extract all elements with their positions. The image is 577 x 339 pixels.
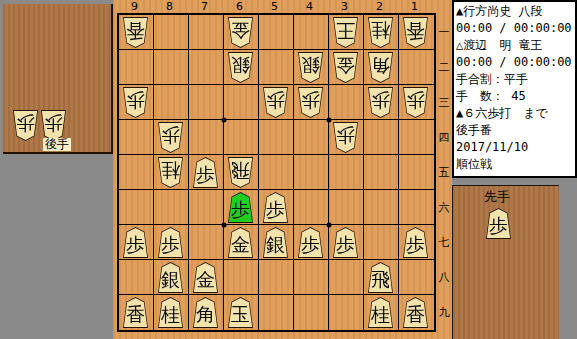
square-8九[interactable]: 桂 [154,295,189,330]
file-number-labels: 987654321 [117,0,432,14]
file-label-3: 3 [327,0,362,14]
info-line-4: 00:00 / 00:00:00 [456,54,573,71]
square-4五[interactable] [294,155,329,190]
piece-face: 歩 [227,193,254,222]
shogi-piece-角-gote[interactable]: 角 [366,52,395,83]
piece-kanji: 歩 [336,126,355,145]
square-8六[interactable] [154,190,189,225]
square-6三[interactable] [224,85,259,120]
piece-face: 歩 [402,88,429,117]
rank-label-5: 五 [437,155,451,190]
rank-label-2: 二 [437,50,451,85]
square-1五[interactable] [399,155,434,190]
square-5六[interactable]: 歩 [259,190,294,225]
shogi-piece-銀-sente[interactable]: 銀 [156,262,185,293]
square-8七[interactable]: 歩 [154,225,189,260]
square-9八[interactable] [119,260,154,295]
piece-kanji: 歩 [161,235,180,254]
shogi-piece-角-sente[interactable]: 角 [191,297,220,328]
shogi-board: 987654321 香金王桂香銀銀金角歩歩歩歩歩歩歩桂歩飛歩歩歩歩金銀歩歩歩銀金… [113,0,452,339]
square-3五[interactable] [329,155,364,190]
file-label-6: 6 [222,0,257,14]
square-5五[interactable] [259,155,294,190]
piece-kanji: 歩 [406,91,425,110]
piece-face: 銀 [262,228,289,257]
piece-face: 銀 [227,53,254,82]
piece-kanji: 角 [371,56,390,75]
shogi-piece-金-gote[interactable]: 金 [226,17,255,48]
shogi-piece-飛-gote[interactable]: 飛 [226,157,255,188]
square-7三[interactable] [189,85,224,120]
shogi-piece-銀-gote[interactable]: 銀 [226,52,255,83]
piece-kanji: 歩 [301,91,320,110]
piece-face: 金 [227,228,254,257]
piece-face: 香 [122,18,149,47]
piece-face: 香 [122,298,149,327]
square-5一[interactable] [259,15,294,50]
piece-kanji: 桂 [371,305,390,324]
square-9四[interactable] [119,120,154,155]
square-9二[interactable] [119,50,154,85]
file-label-7: 7 [187,0,222,14]
square-2三[interactable]: 歩 [364,85,399,120]
shogi-piece-香-sente[interactable]: 香 [401,297,430,328]
piece-face: 歩 [262,88,289,117]
sente-captured-tray: 先手 歩 [452,185,559,339]
sente-tray-label: 先手 [484,190,510,204]
piece-kanji: 香 [406,305,425,324]
piece-face: 金 [332,53,359,82]
square-6四[interactable] [224,120,259,155]
shogi-piece-銀-sente[interactable]: 銀 [261,227,290,258]
piece-kanji: 歩 [161,126,180,145]
square-6二[interactable]: 銀 [224,50,259,85]
shogi-piece-桂-sente[interactable]: 桂 [156,297,185,328]
piece-kanji: 銀 [161,270,180,289]
info-line-9: 2017/11/10 [456,139,573,156]
shogi-piece-歩-sente[interactable]: 歩 [191,157,220,188]
piece-face: 歩 [12,111,39,140]
game-info-panel: ▲行方尚史 八段00:00 / 00:00:00△渡辺 明 竜王00:00 / … [452,0,577,178]
info-line-2: 00:00 / 00:00:00 [456,20,573,37]
piece-face: 歩 [332,123,359,152]
shogi-piece-歩-sente[interactable]: 歩 [484,208,513,239]
square-2二[interactable]: 角 [364,50,399,85]
piece-kanji: 歩 [336,235,355,254]
square-5二[interactable] [259,50,294,85]
piece-kanji: 銀 [266,235,285,254]
piece-kanji: 角 [196,305,215,324]
square-9七[interactable]: 歩 [119,225,154,260]
square-2九[interactable]: 桂 [364,295,399,330]
board-grid: 香金王桂香銀銀金角歩歩歩歩歩歩歩桂歩飛歩歩歩歩金銀歩歩歩銀金飛香桂角玉桂香 [117,13,436,332]
piece-kanji: 飛 [231,161,250,180]
square-7二[interactable] [189,50,224,85]
square-8三[interactable] [154,85,189,120]
square-7五[interactable]: 歩 [189,155,224,190]
piece-kanji: 歩 [489,216,508,235]
shogi-piece-桂-gote[interactable]: 桂 [366,17,395,48]
info-line-5: 手合割：平手 [456,71,573,88]
square-1三[interactable]: 歩 [399,85,434,120]
piece-face: 香 [402,18,429,47]
square-8一[interactable] [154,15,189,50]
square-1九[interactable]: 香 [399,295,434,330]
rank-label-8: 八 [437,260,451,295]
piece-face: 歩 [262,193,289,222]
square-4一[interactable] [294,15,329,50]
piece-kanji: 玉 [231,305,250,324]
shogi-piece-歩-gote[interactable]: 歩 [366,87,395,118]
piece-kanji: 歩 [231,200,250,219]
shogi-piece-歩-gote[interactable]: 歩 [296,87,325,118]
square-2一[interactable]: 桂 [364,15,399,50]
piece-face: 歩 [122,88,149,117]
square-3六[interactable] [329,190,364,225]
rank-label-6: 六 [437,190,451,225]
piece-face: 歩 [297,88,324,117]
square-1二[interactable] [399,50,434,85]
piece-face: 歩 [122,228,149,257]
rank-label-4: 四 [437,120,451,155]
shogi-piece-香-sente[interactable]: 香 [121,297,150,328]
rank-label-9: 九 [437,295,451,330]
piece-face: 歩 [297,228,324,257]
piece-kanji: 金 [196,270,215,289]
square-3七[interactable]: 歩 [329,225,364,260]
shogi-piece-歩-gote[interactable]: 歩 [331,122,360,153]
piece-face: 香 [402,298,429,327]
piece-kanji: 香 [126,305,145,324]
square-4八[interactable] [294,260,329,295]
square-4七[interactable]: 歩 [294,225,329,260]
star-point [222,223,227,228]
info-line-7: ▲６六歩打 まで [456,105,573,122]
star-point [327,118,332,123]
square-3四[interactable]: 歩 [329,120,364,155]
piece-face: 飛 [227,158,254,187]
piece-face: 角 [367,53,394,82]
shogi-piece-桂-sente[interactable]: 桂 [366,297,395,328]
piece-face: 飛 [367,263,394,292]
square-5九[interactable] [259,295,294,330]
square-4九[interactable] [294,295,329,330]
piece-kanji: 金 [336,56,355,75]
shogi-piece-銀-gote[interactable]: 銀 [296,52,325,83]
piece-face: 歩 [40,111,67,140]
square-7八[interactable]: 金 [189,260,224,295]
square-1八[interactable] [399,260,434,295]
file-label-4: 4 [292,0,327,14]
piece-kanji: 歩 [196,165,215,184]
shogi-piece-歩-gote[interactable]: 歩 [11,110,40,141]
square-7四[interactable] [189,120,224,155]
piece-face: 金 [227,18,254,47]
square-2七[interactable] [364,225,399,260]
square-1七[interactable]: 歩 [399,225,434,260]
square-5四[interactable] [259,120,294,155]
piece-kanji: 王 [336,21,355,40]
piece-face: 銀 [157,263,184,292]
piece-face: 桂 [157,298,184,327]
square-8二[interactable] [154,50,189,85]
shogi-piece-香-gote[interactable]: 香 [401,17,430,48]
shogi-piece-歩-sente[interactable]: 歩 [296,227,325,258]
piece-face: 金 [192,263,219,292]
piece-face: 歩 [192,158,219,187]
square-4六[interactable] [294,190,329,225]
square-6七[interactable]: 金 [224,225,259,260]
piece-kanji: 銀 [301,56,320,75]
piece-kanji: 歩 [126,91,145,110]
square-2六[interactable] [364,190,399,225]
piece-kanji: 金 [231,235,250,254]
rank-kanji-labels: 一二三四五六七八九 [437,15,451,330]
shogi-piece-歩-sente[interactable]: 歩 [121,227,150,258]
shogi-piece-玉-sente[interactable]: 玉 [226,297,255,328]
square-8四[interactable]: 歩 [154,120,189,155]
piece-kanji: 歩 [371,91,390,110]
piece-kanji: 桂 [161,161,180,180]
square-2五[interactable] [364,155,399,190]
piece-kanji: 歩 [266,91,285,110]
shogi-piece-金-sente[interactable]: 金 [191,262,220,293]
piece-face: 桂 [157,158,184,187]
square-3八[interactable] [329,260,364,295]
square-3三[interactable] [329,85,364,120]
piece-face: 歩 [402,228,429,257]
shogi-piece-金-sente[interactable]: 金 [226,227,255,258]
square-8五[interactable]: 桂 [154,155,189,190]
piece-face: 角 [192,298,219,327]
piece-face: 歩 [367,88,394,117]
piece-kanji: 歩 [44,114,63,133]
square-4二[interactable]: 銀 [294,50,329,85]
square-9一[interactable]: 香 [119,15,154,50]
piece-kanji: 歩 [126,235,145,254]
square-7七[interactable] [189,225,224,260]
piece-face: 歩 [485,209,512,238]
shogi-piece-歩-gote[interactable]: 歩 [121,87,150,118]
file-label-9: 9 [117,0,152,14]
square-7六[interactable] [189,190,224,225]
piece-kanji: 銀 [231,56,250,75]
piece-kanji: 歩 [16,114,35,133]
info-line-8: 後手番 [456,122,573,139]
file-label-2: 2 [362,0,397,14]
shogi-piece-歩-sente[interactable]: 歩 [401,227,430,258]
square-2八[interactable]: 飛 [364,260,399,295]
square-5八[interactable] [259,260,294,295]
square-4四[interactable] [294,120,329,155]
square-9三[interactable]: 歩 [119,85,154,120]
shogi-piece-桂-gote[interactable]: 桂 [156,157,185,188]
shogi-piece-歩-gote[interactable]: 歩 [261,87,290,118]
square-5七[interactable]: 銀 [259,225,294,260]
piece-kanji: 香 [126,21,145,40]
square-7九[interactable]: 角 [189,295,224,330]
square-3一[interactable]: 王 [329,15,364,50]
rank-label-3: 三 [437,85,451,120]
square-6八[interactable] [224,260,259,295]
square-6五[interactable]: 飛 [224,155,259,190]
info-line-6: 手 数： 45 [456,88,573,105]
star-point [222,118,227,123]
shogi-piece-香-gote[interactable]: 香 [121,17,150,48]
piece-kanji: 歩 [266,200,285,219]
shogi-piece-歩-gote[interactable]: 歩 [156,122,185,153]
square-1六[interactable] [399,190,434,225]
piece-kanji: 歩 [301,235,320,254]
square-6九[interactable]: 玉 [224,295,259,330]
shogi-piece-歩-sente[interactable]: 歩 [331,227,360,258]
square-1一[interactable]: 香 [399,15,434,50]
square-3九[interactable] [329,295,364,330]
square-9六[interactable] [119,190,154,225]
square-9五[interactable] [119,155,154,190]
shogi-piece-歩-sente[interactable]: 歩 [226,192,255,223]
shogi-piece-歩-sente[interactable]: 歩 [261,192,290,223]
info-line-3: △渡辺 明 竜王 [456,37,573,54]
file-label-8: 8 [152,0,187,14]
piece-face: 桂 [367,298,394,327]
info-line-1: ▲行方尚史 八段 [456,3,573,20]
gote-captured-tray: 歩歩 後手 [3,4,113,154]
rank-label-7: 七 [437,225,451,260]
shogi-piece-金-gote[interactable]: 金 [331,52,360,83]
square-2四[interactable] [364,120,399,155]
piece-face: 歩 [157,123,184,152]
piece-kanji: 香 [406,21,425,40]
shogi-piece-飛-sente[interactable]: 飛 [366,262,395,293]
square-5三[interactable]: 歩 [259,85,294,120]
star-point [327,223,332,228]
shogi-piece-歩-sente[interactable]: 歩 [156,227,185,258]
file-label-5: 5 [257,0,292,14]
square-6六[interactable]: 歩 [224,190,259,225]
square-6一[interactable]: 金 [224,15,259,50]
piece-face: 銀 [297,53,324,82]
rank-label-1: 一 [437,15,451,50]
square-1四[interactable] [399,120,434,155]
square-7一[interactable] [189,15,224,50]
piece-kanji: 歩 [406,235,425,254]
piece-kanji: 金 [231,21,250,40]
shogi-piece-王-gote[interactable]: 王 [331,17,360,48]
file-label-1: 1 [397,0,432,14]
piece-kanji: 桂 [371,21,390,40]
piece-face: 歩 [157,228,184,257]
piece-face: 王 [332,18,359,47]
square-8八[interactable]: 銀 [154,260,189,295]
piece-face: 玉 [227,298,254,327]
gote-tray-label: 後手 [43,138,71,151]
square-9九[interactable]: 香 [119,295,154,330]
piece-face: 歩 [332,228,359,257]
piece-kanji: 飛 [371,270,390,289]
shogi-piece-歩-gote[interactable]: 歩 [401,87,430,118]
info-line-10: 順位戦 [456,156,573,173]
piece-kanji: 桂 [161,305,180,324]
square-4三[interactable]: 歩 [294,85,329,120]
piece-face: 桂 [367,18,394,47]
square-3二[interactable]: 金 [329,50,364,85]
